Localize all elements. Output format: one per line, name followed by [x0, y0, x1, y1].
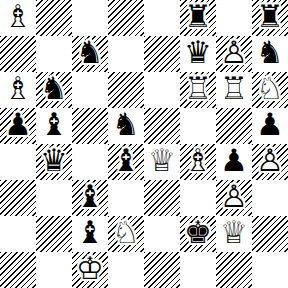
white-bishop-glyph: ♗	[4, 73, 32, 104]
black-pawn-glyph: ♟	[256, 109, 284, 140]
white-pawn[interactable]: ♟♙	[252, 144, 288, 180]
square-e2[interactable]	[144, 216, 180, 252]
white-queen-glyph: ♕	[148, 145, 176, 176]
white-bishop-glyph: ♗	[4, 1, 32, 32]
black-knight-glyph: ♞	[112, 109, 140, 140]
white-knight-glyph: ♘	[112, 217, 140, 248]
square-d4[interactable]: ♝♝	[108, 144, 144, 180]
square-g1[interactable]	[216, 252, 252, 288]
square-e8[interactable]	[144, 0, 180, 36]
black-rook-glyph: ♜	[184, 1, 212, 32]
square-b3[interactable]	[36, 180, 72, 216]
square-g7[interactable]: ♟♙	[216, 36, 252, 72]
square-b2[interactable]	[36, 216, 72, 252]
square-a7[interactable]	[0, 36, 36, 72]
square-g4[interactable]: ♟♟	[216, 144, 252, 180]
black-bishop[interactable]: ♝♝	[36, 108, 72, 144]
white-king[interactable]: ♚♔	[72, 252, 108, 288]
square-f6[interactable]: ♜♖	[180, 72, 216, 108]
square-a8[interactable]: ♝♗	[0, 0, 36, 36]
black-bishop-glyph: ♝	[76, 217, 104, 248]
black-bishop[interactable]: ♝♝	[72, 216, 108, 252]
square-f5[interactable]	[180, 108, 216, 144]
square-c3[interactable]: ♝♝	[72, 180, 108, 216]
square-c5[interactable]	[72, 108, 108, 144]
black-rook[interactable]: ♜♜	[180, 0, 216, 36]
square-d3[interactable]	[108, 180, 144, 216]
black-knight-glyph: ♞	[40, 73, 68, 104]
white-bishop[interactable]: ♝♗	[180, 144, 216, 180]
square-c6[interactable]	[72, 72, 108, 108]
square-f8[interactable]: ♜♜	[180, 0, 216, 36]
square-f1[interactable]	[180, 252, 216, 288]
black-queen[interactable]: ♛♛	[180, 36, 216, 72]
white-rook-glyph: ♖	[220, 73, 248, 104]
black-rook[interactable]: ♜♜	[252, 0, 288, 36]
square-a6[interactable]: ♝♗	[0, 72, 36, 108]
square-h3[interactable]	[252, 180, 288, 216]
white-bishop-glyph: ♗	[184, 145, 212, 176]
square-b5[interactable]: ♝♝	[36, 108, 72, 144]
square-d7[interactable]	[108, 36, 144, 72]
square-a2[interactable]	[0, 216, 36, 252]
square-e7[interactable]	[144, 36, 180, 72]
square-h1[interactable]	[252, 252, 288, 288]
square-f7[interactable]: ♛♛	[180, 36, 216, 72]
black-knight-glyph: ♞	[256, 37, 284, 68]
white-rook-glyph: ♖	[184, 73, 212, 104]
square-h8[interactable]: ♜♜	[252, 0, 288, 36]
black-queen[interactable]: ♛♛	[36, 144, 72, 180]
square-d1[interactable]	[108, 252, 144, 288]
white-pawn-glyph: ♙	[256, 145, 284, 176]
black-bishop[interactable]: ♝♝	[72, 180, 108, 216]
square-f2[interactable]: ♚♚	[180, 216, 216, 252]
square-e6[interactable]	[144, 72, 180, 108]
square-b8[interactable]	[36, 0, 72, 36]
black-rook-glyph: ♜	[256, 1, 284, 32]
black-king-glyph: ♚	[184, 217, 212, 248]
square-a3[interactable]	[0, 180, 36, 216]
white-pawn[interactable]: ♟♙	[216, 180, 252, 216]
square-b7[interactable]	[36, 36, 72, 72]
black-knight[interactable]: ♞♞	[72, 36, 108, 72]
black-bishop-glyph: ♝	[112, 145, 140, 176]
white-rook[interactable]: ♜♖	[216, 72, 252, 108]
square-c8[interactable]	[72, 0, 108, 36]
square-g2[interactable]: ♛♕	[216, 216, 252, 252]
white-pawn-glyph: ♙	[220, 37, 248, 68]
square-d5[interactable]: ♞♞	[108, 108, 144, 144]
white-bishop[interactable]: ♝♗	[0, 0, 36, 36]
square-c7[interactable]: ♞♞	[72, 36, 108, 72]
square-b6[interactable]: ♞♞	[36, 72, 72, 108]
square-d2[interactable]: ♞♘	[108, 216, 144, 252]
black-queen-glyph: ♛	[40, 145, 68, 176]
square-e1[interactable]	[144, 252, 180, 288]
white-king-glyph: ♔	[76, 253, 104, 284]
square-c4[interactable]	[72, 144, 108, 180]
square-h6[interactable]: ♞♘	[252, 72, 288, 108]
square-d6[interactable]	[108, 72, 144, 108]
black-knight[interactable]: ♞♞	[36, 72, 72, 108]
white-queen-glyph: ♕	[220, 217, 248, 248]
black-queen-glyph: ♛	[184, 37, 212, 68]
square-h4[interactable]: ♟♙	[252, 144, 288, 180]
square-f4[interactable]: ♝♗	[180, 144, 216, 180]
square-g5[interactable]	[216, 108, 252, 144]
square-d8[interactable]	[108, 0, 144, 36]
white-pawn[interactable]: ♟♙	[216, 36, 252, 72]
square-g6[interactable]: ♜♖	[216, 72, 252, 108]
black-knight[interactable]: ♞♞	[108, 108, 144, 144]
chess-board: ♝♗♜♜♜♜♞♞♛♛♟♙♞♞♝♗♞♞♜♖♜♖♞♘♟♟♝♝♞♞♟♟♛♛♝♝♛♕♝♗…	[0, 0, 288, 288]
black-pawn[interactable]: ♟♟	[0, 108, 36, 144]
white-queen[interactable]: ♛♕	[216, 216, 252, 252]
white-knight[interactable]: ♞♘	[108, 216, 144, 252]
square-h7[interactable]: ♞♞	[252, 36, 288, 72]
square-h5[interactable]: ♟♟	[252, 108, 288, 144]
square-b4[interactable]: ♛♛	[36, 144, 72, 180]
white-knight[interactable]: ♞♘	[252, 72, 288, 108]
white-bishop[interactable]: ♝♗	[0, 72, 36, 108]
square-a1[interactable]	[0, 252, 36, 288]
white-queen[interactable]: ♛♕	[144, 144, 180, 180]
black-pawn[interactable]: ♟♟	[216, 144, 252, 180]
chess-diagram: ♝♗♜♜♜♜♞♞♛♛♟♙♞♞♝♗♞♞♜♖♜♖♞♘♟♟♝♝♞♞♟♟♛♛♝♝♛♕♝♗…	[0, 0, 288, 288]
square-c1[interactable]: ♚♔	[72, 252, 108, 288]
square-e4[interactable]: ♛♕	[144, 144, 180, 180]
square-c2[interactable]: ♝♝	[72, 216, 108, 252]
black-bishop-glyph: ♝	[40, 109, 68, 140]
black-pawn-glyph: ♟	[220, 145, 248, 176]
black-pawn-glyph: ♟	[4, 109, 32, 140]
black-bishop-glyph: ♝	[76, 181, 104, 212]
square-e3[interactable]	[144, 180, 180, 216]
black-knight-glyph: ♞	[76, 37, 104, 68]
square-e5[interactable]	[144, 108, 180, 144]
black-bishop[interactable]: ♝♝	[108, 144, 144, 180]
square-g3[interactable]: ♟♙	[216, 180, 252, 216]
square-f3[interactable]	[180, 180, 216, 216]
black-pawn[interactable]: ♟♟	[252, 108, 288, 144]
square-a4[interactable]	[0, 144, 36, 180]
white-pawn-glyph: ♙	[220, 181, 248, 212]
white-knight-glyph: ♘	[256, 73, 284, 104]
white-rook[interactable]: ♜♖	[180, 72, 216, 108]
square-a5[interactable]: ♟♟	[0, 108, 36, 144]
square-h2[interactable]	[252, 216, 288, 252]
black-king[interactable]: ♚♚	[180, 216, 216, 252]
square-g8[interactable]	[216, 0, 252, 36]
square-b1[interactable]	[36, 252, 72, 288]
black-knight[interactable]: ♞♞	[252, 36, 288, 72]
